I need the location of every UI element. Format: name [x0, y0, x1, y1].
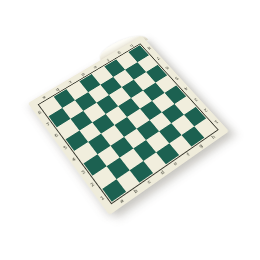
chess-board: abcdefgh abcdefgh 87654321 87654321	[28, 36, 229, 215]
board-grid	[40, 45, 216, 201]
vinyl-mat: abcdefgh abcdefgh 87654321 87654321	[28, 36, 229, 215]
product-photo: abcdefgh abcdefgh 87654321 87654321	[0, 0, 260, 260]
